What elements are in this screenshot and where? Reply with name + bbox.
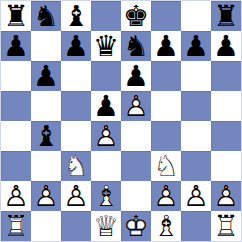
piece-glyph-outline: ♙ bbox=[3, 182, 29, 211]
square-c5[interactable] bbox=[61, 91, 91, 121]
square-c7[interactable]: ♟ bbox=[61, 31, 91, 61]
square-h8[interactable]: ♜ bbox=[211, 1, 241, 31]
piece-glyph-outline: ♙ bbox=[183, 182, 209, 211]
square-f2[interactable]: ♟♙ bbox=[151, 181, 181, 211]
piece-black-bishop[interactable]: ♝ bbox=[33, 122, 59, 151]
square-a2[interactable]: ♟♙ bbox=[1, 181, 31, 211]
square-f7[interactable]: ♟ bbox=[151, 31, 181, 61]
piece-white-pawn[interactable]: ♟♙ bbox=[123, 92, 149, 121]
piece-glyph-outline: ♖ bbox=[213, 212, 239, 241]
square-e8[interactable]: ♚ bbox=[121, 1, 151, 31]
piece-glyph: ♟ bbox=[63, 32, 89, 61]
square-d3[interactable] bbox=[91, 151, 121, 181]
piece-glyph-outline: ♙ bbox=[213, 182, 239, 211]
square-a3[interactable] bbox=[1, 151, 31, 181]
piece-black-king[interactable]: ♚ bbox=[123, 2, 149, 31]
square-c6[interactable] bbox=[61, 61, 91, 91]
square-g4[interactable] bbox=[181, 121, 211, 151]
square-a5[interactable] bbox=[1, 91, 31, 121]
piece-glyph: ♟ bbox=[3, 32, 29, 61]
piece-glyph-outline: ♙ bbox=[153, 182, 179, 211]
piece-white-pawn[interactable]: ♟♙ bbox=[3, 182, 29, 211]
square-e4[interactable] bbox=[121, 121, 151, 151]
square-e5[interactable]: ♟♙ bbox=[121, 91, 151, 121]
piece-glyph: ♟ bbox=[123, 62, 149, 91]
square-f3[interactable]: ♞♘ bbox=[151, 151, 181, 181]
piece-white-knight[interactable]: ♞♘ bbox=[63, 152, 89, 181]
piece-glyph: ♜ bbox=[3, 2, 29, 31]
square-h3[interactable] bbox=[211, 151, 241, 181]
piece-black-bishop[interactable]: ♝ bbox=[63, 2, 89, 31]
square-e7[interactable]: ♞ bbox=[121, 31, 151, 61]
piece-glyph: ♜ bbox=[213, 2, 239, 31]
piece-glyph: ♟ bbox=[183, 32, 209, 61]
square-a8[interactable]: ♜ bbox=[1, 1, 31, 31]
square-h2[interactable]: ♟♙ bbox=[211, 181, 241, 211]
square-g5[interactable] bbox=[181, 91, 211, 121]
square-h7[interactable]: ♟ bbox=[211, 31, 241, 61]
square-a6[interactable] bbox=[1, 61, 31, 91]
square-b6[interactable]: ♟ bbox=[31, 61, 61, 91]
piece-black-knight[interactable]: ♞ bbox=[33, 2, 59, 31]
piece-white-queen[interactable]: ♛♕ bbox=[93, 212, 119, 241]
piece-black-queen[interactable]: ♛ bbox=[93, 32, 119, 61]
square-g2[interactable]: ♟♙ bbox=[181, 181, 211, 211]
square-c8[interactable]: ♝ bbox=[61, 1, 91, 31]
square-b5[interactable] bbox=[31, 91, 61, 121]
piece-white-rook[interactable]: ♜♖ bbox=[3, 212, 29, 241]
piece-glyph-outline: ♙ bbox=[93, 122, 119, 151]
square-a7[interactable]: ♟ bbox=[1, 31, 31, 61]
square-e1[interactable]: ♚♔ bbox=[121, 211, 151, 241]
piece-white-pawn[interactable]: ♟♙ bbox=[183, 182, 209, 211]
piece-glyph-outline: ♙ bbox=[63, 182, 89, 211]
piece-black-pawn[interactable]: ♟ bbox=[123, 62, 149, 91]
square-h5[interactable] bbox=[211, 91, 241, 121]
piece-black-pawn[interactable]: ♟ bbox=[33, 62, 59, 91]
piece-black-pawn[interactable]: ♟ bbox=[3, 32, 29, 61]
piece-white-knight[interactable]: ♞♘ bbox=[153, 152, 179, 181]
piece-white-king[interactable]: ♚♔ bbox=[123, 212, 149, 241]
piece-black-pawn[interactable]: ♟ bbox=[183, 32, 209, 61]
piece-glyph: ♛ bbox=[93, 32, 119, 61]
square-g3[interactable] bbox=[181, 151, 211, 181]
square-f1[interactable]: ♝♗ bbox=[151, 211, 181, 241]
square-h6[interactable] bbox=[211, 61, 241, 91]
piece-glyph-outline: ♘ bbox=[153, 152, 179, 181]
piece-black-pawn[interactable]: ♟ bbox=[213, 32, 239, 61]
piece-glyph-outline: ♔ bbox=[123, 212, 149, 241]
piece-glyph: ♝ bbox=[63, 2, 89, 31]
chess-board: ♜♞♝♚♜♟♟♛♞♟♟♟♟♟♟♟♙♝♟♙♞♘♞♘♟♙♟♙♟♙♝♗♟♙♟♙♟♙♜♖… bbox=[0, 0, 242, 242]
piece-black-pawn[interactable]: ♟ bbox=[93, 92, 119, 121]
piece-glyph: ♝ bbox=[33, 122, 59, 151]
piece-white-rook[interactable]: ♜♖ bbox=[213, 212, 239, 241]
square-g7[interactable]: ♟ bbox=[181, 31, 211, 61]
piece-white-pawn[interactable]: ♟♙ bbox=[63, 182, 89, 211]
square-e2[interactable] bbox=[121, 181, 151, 211]
square-d8[interactable] bbox=[91, 1, 121, 31]
piece-black-rook[interactable]: ♜ bbox=[213, 2, 239, 31]
square-b7[interactable] bbox=[31, 31, 61, 61]
square-c2[interactable]: ♟♙ bbox=[61, 181, 91, 211]
square-a1[interactable]: ♜♖ bbox=[1, 211, 31, 241]
piece-black-pawn[interactable]: ♟ bbox=[153, 32, 179, 61]
square-g6[interactable] bbox=[181, 61, 211, 91]
square-c1[interactable] bbox=[61, 211, 91, 241]
square-g1[interactable] bbox=[181, 211, 211, 241]
square-h4[interactable] bbox=[211, 121, 241, 151]
square-c4[interactable] bbox=[61, 121, 91, 151]
piece-glyph-outline: ♘ bbox=[63, 152, 89, 181]
square-b4[interactable]: ♝ bbox=[31, 121, 61, 151]
square-d7[interactable]: ♛ bbox=[91, 31, 121, 61]
square-f8[interactable] bbox=[151, 1, 181, 31]
piece-white-pawn[interactable]: ♟♙ bbox=[153, 182, 179, 211]
piece-glyph: ♚ bbox=[123, 2, 149, 31]
square-b8[interactable]: ♞ bbox=[31, 1, 61, 31]
piece-glyph-outline: ♗ bbox=[93, 182, 119, 211]
square-f6[interactable] bbox=[151, 61, 181, 91]
square-f5[interactable] bbox=[151, 91, 181, 121]
piece-glyph: ♟ bbox=[33, 62, 59, 91]
square-b2[interactable]: ♟♙ bbox=[31, 181, 61, 211]
piece-black-pawn[interactable]: ♟ bbox=[63, 32, 89, 61]
square-e3[interactable] bbox=[121, 151, 151, 181]
square-d4[interactable]: ♟♙ bbox=[91, 121, 121, 151]
square-h1[interactable]: ♜♖ bbox=[211, 211, 241, 241]
square-b1[interactable] bbox=[31, 211, 61, 241]
piece-black-knight[interactable]: ♞ bbox=[123, 32, 149, 61]
square-d6[interactable] bbox=[91, 61, 121, 91]
piece-white-pawn[interactable]: ♟♙ bbox=[93, 122, 119, 151]
piece-glyph-outline: ♖ bbox=[3, 212, 29, 241]
square-g8[interactable] bbox=[181, 1, 211, 31]
square-d2[interactable]: ♝♗ bbox=[91, 181, 121, 211]
piece-glyph: ♟ bbox=[153, 32, 179, 61]
piece-white-bishop[interactable]: ♝♗ bbox=[93, 182, 119, 211]
piece-white-pawn[interactable]: ♟♙ bbox=[213, 182, 239, 211]
piece-glyph: ♟ bbox=[213, 32, 239, 61]
square-b3[interactable] bbox=[31, 151, 61, 181]
square-e6[interactable]: ♟ bbox=[121, 61, 151, 91]
piece-glyph-outline: ♗ bbox=[153, 212, 179, 241]
piece-glyph: ♞ bbox=[123, 32, 149, 61]
piece-glyph: ♞ bbox=[33, 2, 59, 31]
piece-white-bishop[interactable]: ♝♗ bbox=[153, 212, 179, 241]
piece-white-pawn[interactable]: ♟♙ bbox=[33, 182, 59, 211]
piece-glyph-outline: ♕ bbox=[93, 212, 119, 241]
square-d5[interactable]: ♟ bbox=[91, 91, 121, 121]
square-a4[interactable] bbox=[1, 121, 31, 151]
piece-glyph-outline: ♙ bbox=[33, 182, 59, 211]
square-f4[interactable] bbox=[151, 121, 181, 151]
piece-glyph: ♟ bbox=[93, 92, 119, 121]
square-d1[interactable]: ♛♕ bbox=[91, 211, 121, 241]
piece-black-rook[interactable]: ♜ bbox=[3, 2, 29, 31]
square-c3[interactable]: ♞♘ bbox=[61, 151, 91, 181]
piece-glyph-outline: ♙ bbox=[123, 92, 149, 121]
